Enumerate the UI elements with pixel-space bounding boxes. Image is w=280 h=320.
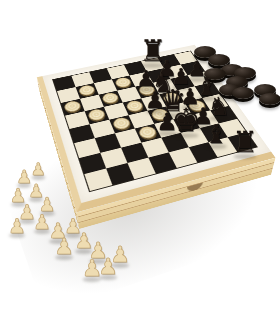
square-r7c2 xyxy=(127,158,155,180)
square-r7c4 xyxy=(169,147,198,168)
square-r7c3 xyxy=(148,152,176,173)
light-checker xyxy=(125,99,145,112)
square-r6c1 xyxy=(100,148,127,169)
square-r7c6 xyxy=(208,137,237,157)
light-checker xyxy=(87,108,107,122)
square-r5c0 xyxy=(74,138,100,158)
light-checker xyxy=(111,116,131,130)
square-r5c4 xyxy=(154,119,181,137)
black-checker-disc xyxy=(232,87,254,99)
light-checker xyxy=(101,92,120,105)
black-checker-disc xyxy=(208,54,230,66)
drawer-finger-notch xyxy=(186,183,202,193)
square-r6c3 xyxy=(141,138,168,158)
square-r7c5 xyxy=(189,142,218,162)
black-checker-disc xyxy=(234,67,256,79)
square-r6c2 xyxy=(121,143,148,163)
product-photo-chess-checkers-set[interactable]: ♜♟♟♞♟♟♟♛♟♝♟♚♟♞♝♜ ♟♟♟♟♟♟♟♟♟♟♟♟♟♟♟♟ xyxy=(0,0,280,320)
square-r6c6 xyxy=(200,123,228,142)
square-r7c7 xyxy=(228,132,257,151)
black-checker-disc xyxy=(226,76,248,88)
square-r4c0 xyxy=(70,124,95,143)
square-r5c7 xyxy=(210,106,237,123)
light-checker xyxy=(137,125,158,140)
square-r6c4 xyxy=(161,133,189,153)
square-r5c2 xyxy=(115,129,141,148)
black-checker-disc xyxy=(259,93,280,105)
black-checker-disc xyxy=(221,64,243,76)
square-r4c2 xyxy=(109,115,135,133)
square-r5c5 xyxy=(173,115,200,133)
square-r4c1 xyxy=(90,120,115,138)
square-r5c1 xyxy=(95,133,121,153)
square-r6c5 xyxy=(181,128,209,147)
square-r5c3 xyxy=(135,124,162,143)
square-r7c0 xyxy=(84,168,112,191)
square-r6c0 xyxy=(79,153,106,174)
square-r6c7 xyxy=(219,119,247,137)
black-checker-disc xyxy=(254,84,276,96)
square-r7c1 xyxy=(106,163,134,185)
